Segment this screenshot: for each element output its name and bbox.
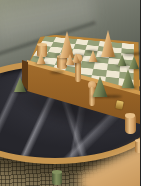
green-rook-piece [52,171,62,185]
wood-cylinder-top [125,113,135,118]
piece-shadow [86,50,98,53]
piece-shadow [50,71,64,74]
wood-rook-piece [135,140,141,153]
green-pawn-piece [129,56,139,69]
wood-bishop-piece [60,31,74,58]
wood-rook-piece [37,44,47,57]
green-pawn-piece [14,77,26,92]
wood-bishop-piece [101,30,115,57]
product-photo-chess-set-scene [0,0,140,186]
green-bishop-piece [122,69,135,88]
piece-shadow [123,53,138,56]
green-cylinder-top [52,170,61,173]
wood-cylinder-top [135,139,140,142]
green-pawn-piece [118,54,127,66]
wood-knight-piece [125,114,136,134]
wood-cylinder-top [37,43,46,46]
